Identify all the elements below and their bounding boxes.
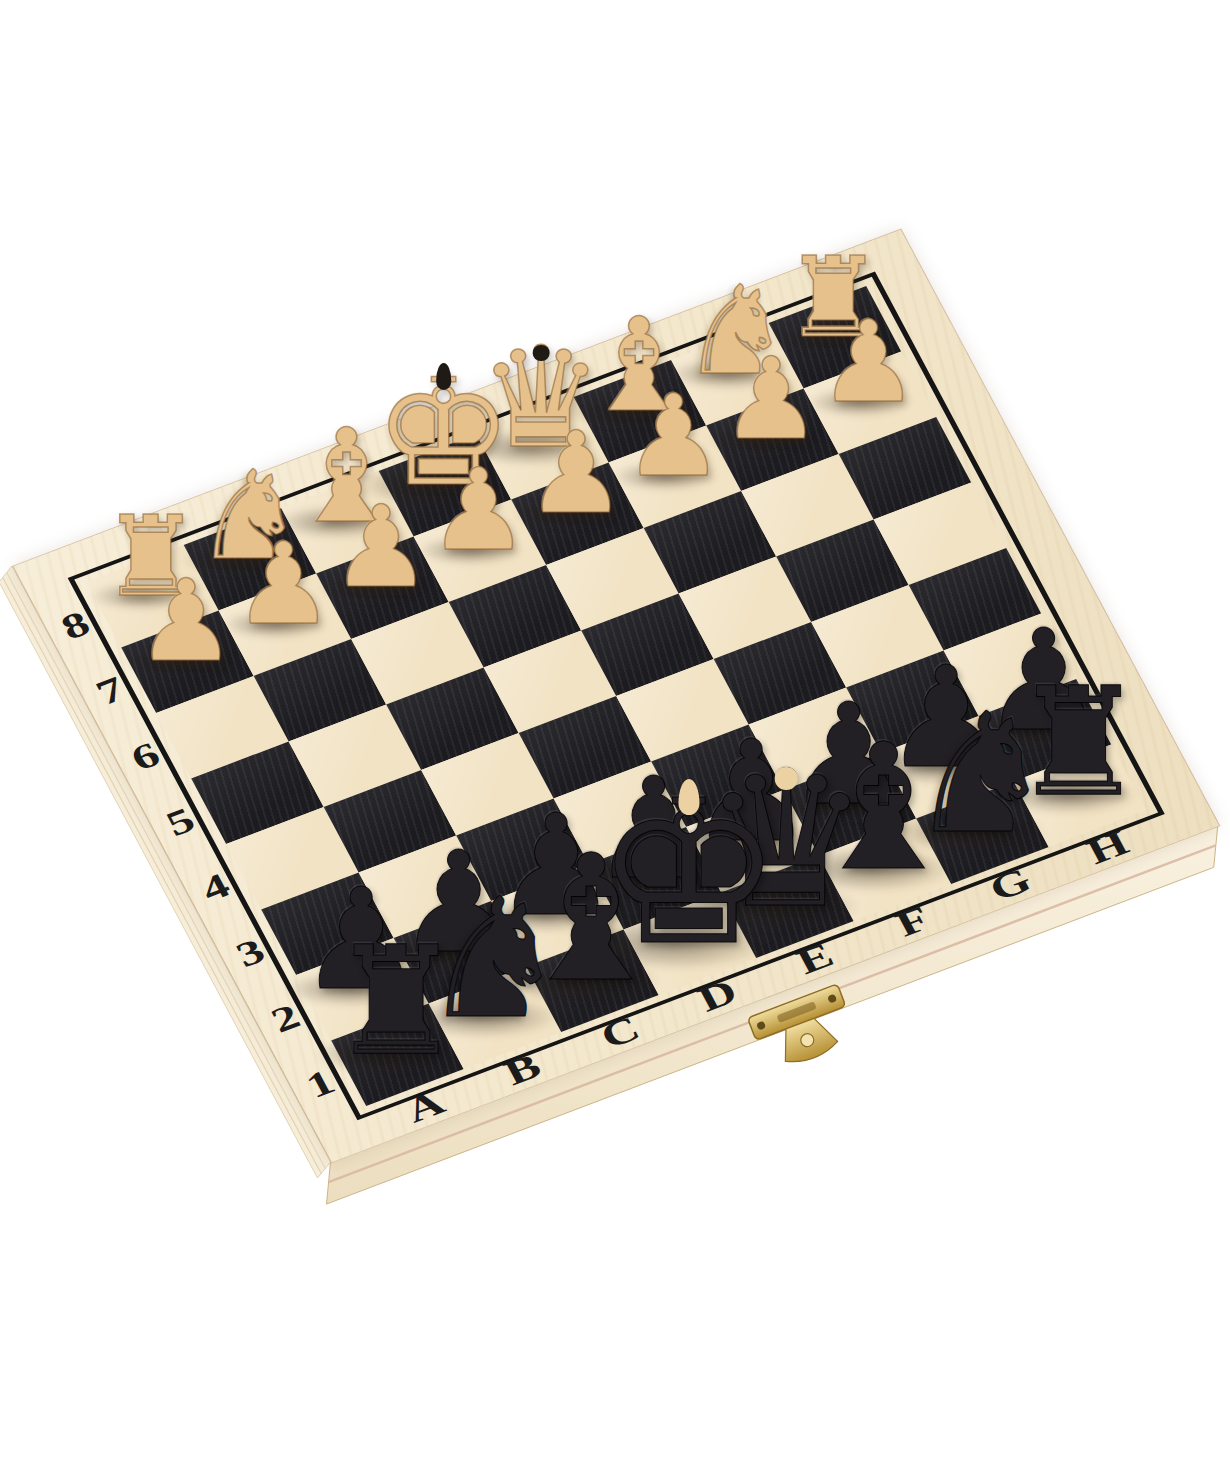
rank-label-4: 4: [195, 867, 235, 907]
rank-label-5: 5: [160, 802, 200, 842]
rank-label-3: 3: [230, 933, 270, 973]
piece-glyph: ♟: [233, 528, 334, 641]
queen-finial: [533, 345, 550, 362]
piece-glyph: ♟: [428, 454, 529, 567]
piece-glyph: ♟: [721, 343, 822, 456]
piece-glyph: ♟: [136, 565, 237, 678]
piece-glyph: ♟: [331, 491, 432, 604]
piece-glyph: ♜: [329, 927, 463, 1077]
rank-label-7: 7: [90, 671, 130, 711]
king-finial: [436, 363, 452, 390]
piece-glyph: ♟: [526, 417, 627, 530]
piece-glyph: ♟: [818, 306, 919, 419]
piece-glyph: ♟: [623, 380, 724, 493]
rank-label-6: 6: [125, 736, 165, 776]
rank-label-8: 8: [55, 605, 95, 645]
chess-set-photo: 87654321ABCDEFGH ♜♞♟♝♟♛♟♚♟♝♟♞♟♜♟♟♟♟♜♟♞♟♝…: [0, 0, 1230, 1479]
